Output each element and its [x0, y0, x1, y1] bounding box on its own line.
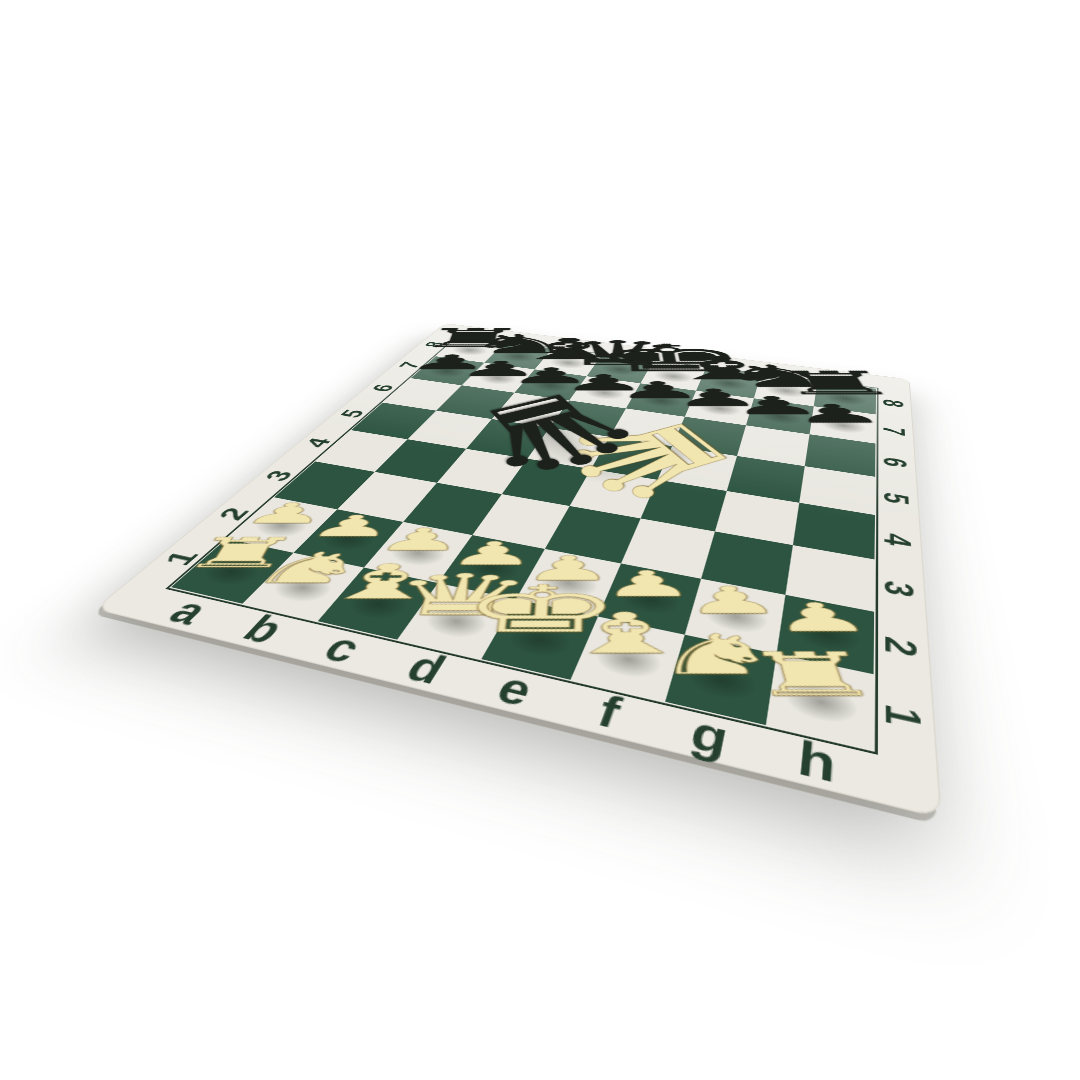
pawn-glyph: ♟	[785, 401, 891, 427]
product-photo-stage: abcdefgh1122334455667788 ♛♛ ♜♞♝♛♚♝♞♜♟♟♟♟…	[0, 0, 1080, 1080]
standing-pieces-layer: ♜♞♝♛♚♝♞♜♟♟♟♟♟♟♟♟♟♟♟♟♟♟♟♟♜♞♝♛♚♝♞♜	[445, 324, 909, 380]
chess-mat: abcdefgh1122334455667788 ♛♛ ♜♞♝♛♚♝♞♜♟♟♟♟…	[94, 323, 942, 819]
piece-black-pawn-h7: ♟	[802, 406, 874, 427]
